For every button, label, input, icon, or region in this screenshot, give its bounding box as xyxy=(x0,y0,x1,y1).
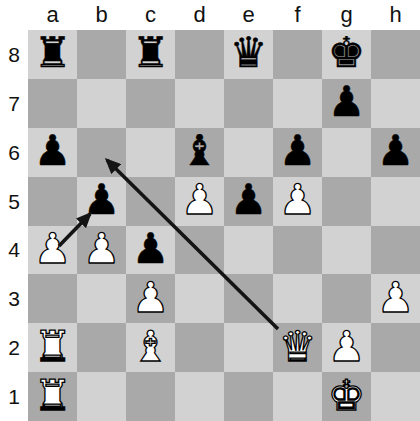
square-h2[interactable] xyxy=(371,323,420,372)
square-h5[interactable] xyxy=(371,177,420,226)
square-c3[interactable]: ♟ xyxy=(126,274,175,323)
file-label-a: a xyxy=(28,0,77,30)
square-c1[interactable] xyxy=(126,372,175,421)
black-pawn-c4[interactable]: ♟ xyxy=(132,228,170,270)
square-a1[interactable]: ♜ xyxy=(28,372,77,421)
square-b2[interactable] xyxy=(77,323,126,372)
square-d4[interactable] xyxy=(175,226,224,275)
white-pawn-c3[interactable]: ♟ xyxy=(132,277,170,319)
rank-label-2: 2 xyxy=(0,323,28,372)
square-a4[interactable]: ♟ xyxy=(28,226,77,275)
rank-label-7: 7 xyxy=(0,79,28,128)
square-h4[interactable] xyxy=(371,226,420,275)
black-pawn-g7[interactable]: ♟ xyxy=(328,81,366,123)
white-pawn-a4[interactable]: ♟ xyxy=(34,228,72,270)
square-f3[interactable] xyxy=(273,274,322,323)
square-a3[interactable] xyxy=(28,274,77,323)
file-labels: abcdefgh xyxy=(28,0,420,30)
square-f7[interactable] xyxy=(273,79,322,128)
square-e3[interactable] xyxy=(224,274,273,323)
square-g8[interactable]: ♚ xyxy=(322,30,371,79)
square-f6[interactable]: ♟ xyxy=(273,128,322,177)
square-e7[interactable] xyxy=(224,79,273,128)
black-pawn-a6[interactable]: ♟ xyxy=(34,130,72,172)
square-c5[interactable] xyxy=(126,177,175,226)
square-g3[interactable] xyxy=(322,274,371,323)
black-pawn-h6[interactable]: ♟ xyxy=(377,130,415,172)
white-bishop-c2[interactable]: ♝ xyxy=(132,326,170,368)
square-g7[interactable]: ♟ xyxy=(322,79,371,128)
square-f1[interactable] xyxy=(273,372,322,421)
file-label-e: e xyxy=(224,0,273,30)
square-e8[interactable]: ♛ xyxy=(224,30,273,79)
square-g6[interactable] xyxy=(322,128,371,177)
square-g5[interactable] xyxy=(322,177,371,226)
square-g2[interactable]: ♟ xyxy=(322,323,371,372)
square-f8[interactable] xyxy=(273,30,322,79)
square-b4[interactable]: ♟ xyxy=(77,226,126,275)
white-pawn-h3[interactable]: ♟ xyxy=(377,277,415,319)
square-e5[interactable]: ♟ xyxy=(224,177,273,226)
square-d5[interactable]: ♟ xyxy=(175,177,224,226)
square-e6[interactable] xyxy=(224,128,273,177)
square-c8[interactable]: ♜ xyxy=(126,30,175,79)
square-c7[interactable] xyxy=(126,79,175,128)
white-pawn-g2[interactable]: ♟ xyxy=(328,326,366,368)
square-d6[interactable]: ♝ xyxy=(175,128,224,177)
file-label-g: g xyxy=(322,0,371,30)
board: ♜♜♛♚♟♟♝♟♟♟♟♟♟♟♟♟♟♟♜♝♛♟♜♚ xyxy=(28,30,420,421)
square-a6[interactable]: ♟ xyxy=(28,128,77,177)
file-label-d: d xyxy=(175,0,224,30)
square-b7[interactable] xyxy=(77,79,126,128)
square-f2[interactable]: ♛ xyxy=(273,323,322,372)
square-d3[interactable] xyxy=(175,274,224,323)
file-label-h: h xyxy=(371,0,420,30)
black-king-g8[interactable]: ♚ xyxy=(328,32,366,74)
black-pawn-b5[interactable]: ♟ xyxy=(83,179,121,221)
rank-label-1: 1 xyxy=(0,372,28,421)
square-h6[interactable]: ♟ xyxy=(371,128,420,177)
black-rook-a8[interactable]: ♜ xyxy=(34,32,72,74)
file-label-c: c xyxy=(126,0,175,30)
rank-labels: 87654321 xyxy=(0,30,28,421)
black-bishop-d6[interactable]: ♝ xyxy=(181,130,219,172)
square-b3[interactable] xyxy=(77,274,126,323)
rank-label-6: 6 xyxy=(0,128,28,177)
square-g1[interactable]: ♚ xyxy=(322,372,371,421)
square-b6[interactable] xyxy=(77,128,126,177)
square-f4[interactable] xyxy=(273,226,322,275)
square-b1[interactable] xyxy=(77,372,126,421)
square-e1[interactable] xyxy=(224,372,273,421)
square-d8[interactable] xyxy=(175,30,224,79)
black-pawn-f6[interactable]: ♟ xyxy=(279,130,317,172)
rank-label-4: 4 xyxy=(0,226,28,275)
square-e4[interactable] xyxy=(224,226,273,275)
black-queen-e8[interactable]: ♛ xyxy=(230,32,268,74)
rank-label-5: 5 xyxy=(0,177,28,226)
white-pawn-d5[interactable]: ♟ xyxy=(181,179,219,221)
square-b8[interactable] xyxy=(77,30,126,79)
square-a5[interactable] xyxy=(28,177,77,226)
square-c4[interactable]: ♟ xyxy=(126,226,175,275)
white-pawn-b4[interactable]: ♟ xyxy=(83,228,121,270)
rank-label-3: 3 xyxy=(0,274,28,323)
square-c2[interactable]: ♝ xyxy=(126,323,175,372)
square-h3[interactable]: ♟ xyxy=(371,274,420,323)
square-a2[interactable]: ♜ xyxy=(28,323,77,372)
square-e2[interactable] xyxy=(224,323,273,372)
black-rook-c8[interactable]: ♜ xyxy=(132,32,170,74)
file-label-f: f xyxy=(273,0,322,30)
white-king-g1[interactable]: ♚ xyxy=(328,375,366,417)
square-b5[interactable]: ♟ xyxy=(77,177,126,226)
square-c6[interactable] xyxy=(126,128,175,177)
square-h1[interactable] xyxy=(371,372,420,421)
square-d1[interactable] xyxy=(175,372,224,421)
rank-label-8: 8 xyxy=(0,30,28,79)
black-pawn-e5[interactable]: ♟ xyxy=(230,179,268,221)
white-queen-f2[interactable]: ♛ xyxy=(279,326,317,368)
file-label-b: b xyxy=(77,0,126,30)
square-h8[interactable] xyxy=(371,30,420,79)
white-rook-a2[interactable]: ♜ xyxy=(34,326,72,368)
square-d7[interactable] xyxy=(175,79,224,128)
square-d2[interactable] xyxy=(175,323,224,372)
square-a8[interactable]: ♜ xyxy=(28,30,77,79)
white-pawn-f5[interactable]: ♟ xyxy=(279,179,317,221)
square-f5[interactable]: ♟ xyxy=(273,177,322,226)
square-a7[interactable] xyxy=(28,79,77,128)
square-h7[interactable] xyxy=(371,79,420,128)
white-rook-a1[interactable]: ♜ xyxy=(34,375,72,417)
chess-diagram: abcdefgh 87654321 ♜♜♛♚♟♟♝♟♟♟♟♟♟♟♟♟♟♟♜♝♛♟… xyxy=(0,0,420,421)
square-g4[interactable] xyxy=(322,226,371,275)
